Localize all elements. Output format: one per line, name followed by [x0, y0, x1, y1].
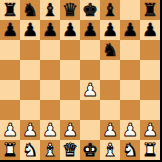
square-d1[interactable]: ♛ — [60, 140, 80, 160]
square-g3[interactable] — [120, 100, 140, 120]
square-g5[interactable] — [120, 60, 140, 80]
square-c6[interactable] — [40, 40, 60, 60]
black-king-e8[interactable]: ♚ — [82, 0, 98, 20]
square-f8[interactable]: ♝ — [100, 0, 120, 20]
square-h4[interactable] — [140, 80, 160, 100]
square-c1[interactable]: ♝ — [40, 140, 60, 160]
square-f1[interactable]: ♝ — [100, 140, 120, 160]
square-c4[interactable] — [40, 80, 60, 100]
square-d8[interactable]: ♛ — [60, 0, 80, 20]
square-d2[interactable]: ♟ — [60, 120, 80, 140]
square-g4[interactable] — [120, 80, 140, 100]
black-bishop-c8[interactable]: ♝ — [42, 0, 58, 20]
black-pawn-f7[interactable]: ♟ — [102, 20, 118, 40]
white-pawn-g2[interactable]: ♟ — [122, 120, 138, 140]
square-d7[interactable]: ♟ — [60, 20, 80, 40]
black-pawn-e7[interactable]: ♟ — [82, 20, 98, 40]
black-knight-f6[interactable]: ♞ — [102, 40, 118, 60]
black-pawn-d7[interactable]: ♟ — [62, 20, 78, 40]
square-c2[interactable]: ♟ — [40, 120, 60, 140]
square-h5[interactable] — [140, 60, 160, 80]
square-g1[interactable]: ♞ — [120, 140, 140, 160]
black-queen-d8[interactable]: ♛ — [62, 0, 78, 20]
black-pawn-h7[interactable]: ♟ — [142, 20, 158, 40]
square-a3[interactable] — [0, 100, 20, 120]
square-e4[interactable]: ♟ — [80, 80, 100, 100]
square-b1[interactable]: ♞ — [20, 140, 40, 160]
square-a1[interactable]: ♜ — [0, 140, 20, 160]
white-pawn-d2[interactable]: ♟ — [62, 120, 78, 140]
square-h6[interactable] — [140, 40, 160, 60]
square-g2[interactable]: ♟ — [120, 120, 140, 140]
square-d4[interactable] — [60, 80, 80, 100]
white-queen-d1[interactable]: ♛ — [62, 140, 78, 160]
white-rook-a1[interactable]: ♜ — [2, 140, 18, 160]
black-knight-b8[interactable]: ♞ — [22, 0, 38, 20]
chess-board-frame: ♜♞♝♛♚♝♜♟♟♟♟♟♟♟♟♞♟♟♟♟♟♟♟♟♜♞♝♛♚♝♞♜ — [0, 0, 162, 162]
square-a2[interactable]: ♟ — [0, 120, 20, 140]
white-pawn-b2[interactable]: ♟ — [22, 120, 38, 140]
square-h7[interactable]: ♟ — [140, 20, 160, 40]
square-d3[interactable] — [60, 100, 80, 120]
square-f5[interactable] — [100, 60, 120, 80]
square-a8[interactable]: ♜ — [0, 0, 20, 20]
white-king-e1[interactable]: ♚ — [82, 140, 98, 160]
black-rook-a8[interactable]: ♜ — [2, 0, 18, 20]
white-pawn-a2[interactable]: ♟ — [2, 120, 18, 140]
square-c3[interactable] — [40, 100, 60, 120]
square-b7[interactable]: ♟ — [20, 20, 40, 40]
square-a5[interactable] — [0, 60, 20, 80]
square-c8[interactable]: ♝ — [40, 0, 60, 20]
white-pawn-f2[interactable]: ♟ — [102, 120, 118, 140]
square-b8[interactable]: ♞ — [20, 0, 40, 20]
square-e5[interactable] — [80, 60, 100, 80]
black-pawn-a7[interactable]: ♟ — [2, 20, 18, 40]
square-h8[interactable]: ♜ — [140, 0, 160, 20]
white-pawn-c2[interactable]: ♟ — [42, 120, 58, 140]
white-knight-b1[interactable]: ♞ — [22, 140, 38, 160]
square-g7[interactable]: ♟ — [120, 20, 140, 40]
square-b6[interactable] — [20, 40, 40, 60]
square-h3[interactable] — [140, 100, 160, 120]
square-d6[interactable] — [60, 40, 80, 60]
square-f4[interactable] — [100, 80, 120, 100]
white-bishop-f1[interactable]: ♝ — [102, 140, 118, 160]
black-pawn-c7[interactable]: ♟ — [42, 20, 58, 40]
square-f6[interactable]: ♞ — [100, 40, 120, 60]
chess-board: ♜♞♝♛♚♝♜♟♟♟♟♟♟♟♟♞♟♟♟♟♟♟♟♟♜♞♝♛♚♝♞♜ — [0, 0, 160, 160]
square-e1[interactable]: ♚ — [80, 140, 100, 160]
square-h1[interactable]: ♜ — [140, 140, 160, 160]
square-e6[interactable] — [80, 40, 100, 60]
white-rook-h1[interactable]: ♜ — [142, 140, 158, 160]
black-pawn-b7[interactable]: ♟ — [22, 20, 38, 40]
square-b5[interactable] — [20, 60, 40, 80]
square-f7[interactable]: ♟ — [100, 20, 120, 40]
square-e2[interactable] — [80, 120, 100, 140]
white-bishop-c1[interactable]: ♝ — [42, 140, 58, 160]
black-pawn-g7[interactable]: ♟ — [122, 20, 138, 40]
white-pawn-h2[interactable]: ♟ — [142, 120, 158, 140]
square-g8[interactable] — [120, 0, 140, 20]
square-f2[interactable]: ♟ — [100, 120, 120, 140]
black-bishop-f8[interactable]: ♝ — [102, 0, 118, 20]
square-c7[interactable]: ♟ — [40, 20, 60, 40]
square-e7[interactable]: ♟ — [80, 20, 100, 40]
square-a7[interactable]: ♟ — [0, 20, 20, 40]
square-e3[interactable] — [80, 100, 100, 120]
square-e8[interactable]: ♚ — [80, 0, 100, 20]
square-f3[interactable] — [100, 100, 120, 120]
black-rook-h8[interactable]: ♜ — [142, 0, 158, 20]
white-pawn-e4[interactable]: ♟ — [82, 80, 98, 100]
square-b4[interactable] — [20, 80, 40, 100]
square-c5[interactable] — [40, 60, 60, 80]
square-a4[interactable] — [0, 80, 20, 100]
square-h2[interactable]: ♟ — [140, 120, 160, 140]
square-g6[interactable] — [120, 40, 140, 60]
square-d5[interactable] — [60, 60, 80, 80]
square-a6[interactable] — [0, 40, 20, 60]
square-b3[interactable] — [20, 100, 40, 120]
white-knight-g1[interactable]: ♞ — [122, 140, 138, 160]
square-b2[interactable]: ♟ — [20, 120, 40, 140]
